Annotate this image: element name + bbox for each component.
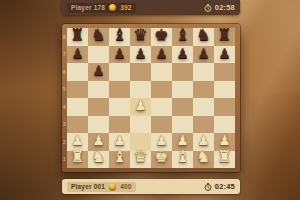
- square-a4[interactable]: [67, 98, 88, 116]
- square-e8[interactable]: ♚: [151, 28, 172, 46]
- rating-medal-icon: [109, 183, 116, 190]
- bottom-player-clock: 02:45: [204, 182, 235, 191]
- square-c6[interactable]: [109, 63, 130, 81]
- square-b6[interactable]: ♟: [88, 63, 109, 81]
- top-player-rating: 392: [120, 4, 131, 11]
- piece-white-queen[interactable]: ♛: [133, 149, 147, 165]
- square-g4[interactable]: [193, 98, 214, 116]
- square-e6[interactable]: [151, 63, 172, 81]
- piece-white-pawn[interactable]: ♟: [197, 134, 209, 148]
- square-h6[interactable]: [214, 63, 235, 81]
- square-g3[interactable]: [193, 116, 214, 134]
- square-h5[interactable]: [214, 81, 235, 99]
- rank-label-7: 7: [62, 46, 67, 64]
- piece-black-rook[interactable]: ♜: [70, 27, 84, 43]
- chess-app-window: Player 178 392 02:58 ♜♞♝♛♚♝♞♜♟♟♟♟♟♟♟♟♟♟♟…: [0, 0, 300, 200]
- piece-black-knight[interactable]: ♞: [196, 27, 210, 43]
- square-d5[interactable]: [130, 81, 151, 99]
- square-c1[interactable]: ♝: [109, 151, 130, 169]
- bottom-player-chip: Player 001 400: [67, 182, 136, 192]
- square-f1[interactable]: ♝: [172, 151, 193, 169]
- piece-black-pawn[interactable]: ♟: [134, 47, 146, 61]
- square-b1[interactable]: ♞: [88, 151, 109, 169]
- rank-label-1: 1: [62, 151, 67, 169]
- piece-white-pawn[interactable]: ♟: [113, 134, 125, 148]
- bottom-player-rating: 400: [120, 183, 131, 190]
- piece-black-king[interactable]: ♚: [154, 27, 168, 43]
- square-d1[interactable]: ♛: [130, 151, 151, 169]
- square-a3[interactable]: [67, 116, 88, 134]
- piece-white-rook[interactable]: ♜: [217, 149, 231, 165]
- square-a8[interactable]: ♜: [67, 28, 88, 46]
- square-g7[interactable]: ♟: [193, 46, 214, 64]
- piece-black-rook[interactable]: ♜: [217, 27, 231, 43]
- top-player-time: 02:58: [215, 3, 235, 12]
- top-player-chip: Player 178 392: [67, 3, 136, 13]
- square-a6[interactable]: [67, 63, 88, 81]
- square-a5[interactable]: [67, 81, 88, 99]
- piece-black-pawn[interactable]: ♟: [71, 47, 83, 61]
- square-g1[interactable]: ♞: [193, 151, 214, 169]
- square-a1[interactable]: ♜: [67, 151, 88, 169]
- square-g8[interactable]: ♞: [193, 28, 214, 46]
- top-player-name: Player 178: [71, 4, 105, 11]
- rank-label-6: 6: [62, 63, 67, 81]
- square-h1[interactable]: ♜: [214, 151, 235, 169]
- square-e5[interactable]: [151, 81, 172, 99]
- piece-black-bishop[interactable]: ♝: [112, 27, 126, 43]
- square-d6[interactable]: [130, 63, 151, 81]
- square-f8[interactable]: ♝: [172, 28, 193, 46]
- rank-labels: 87654321: [62, 28, 67, 168]
- piece-black-pawn[interactable]: ♟: [155, 47, 167, 61]
- square-b7[interactable]: [88, 46, 109, 64]
- board-grid: ♜♞♝♛♚♝♞♜♟♟♟♟♟♟♟♟♟♟♟♟♟♟♟♟♜♞♝♛♚♝♞♜: [67, 28, 235, 168]
- square-d4[interactable]: ♟: [130, 98, 151, 116]
- square-c5[interactable]: [109, 81, 130, 99]
- piece-white-pawn[interactable]: ♟: [218, 134, 230, 148]
- piece-white-rook[interactable]: ♜: [70, 149, 84, 165]
- piece-black-pawn[interactable]: ♟: [218, 47, 230, 61]
- square-b4[interactable]: [88, 98, 109, 116]
- piece-black-pawn[interactable]: ♟: [176, 47, 188, 61]
- rank-label-3: 3: [62, 116, 67, 134]
- square-f5[interactable]: [172, 81, 193, 99]
- top-player-bar: Player 178 392 02:58: [62, 0, 240, 15]
- rank-label-2: 2: [62, 133, 67, 151]
- piece-black-pawn[interactable]: ♟: [113, 47, 125, 61]
- bottom-player-time: 02:45: [215, 182, 235, 191]
- piece-white-knight[interactable]: ♞: [91, 149, 105, 165]
- bottom-player-name: Player 001: [71, 183, 105, 190]
- piece-white-bishop[interactable]: ♝: [112, 149, 126, 165]
- square-c8[interactable]: ♝: [109, 28, 130, 46]
- piece-white-pawn[interactable]: ♟: [134, 99, 146, 113]
- square-f4[interactable]: [172, 98, 193, 116]
- square-b5[interactable]: [88, 81, 109, 99]
- square-g5[interactable]: [193, 81, 214, 99]
- square-d7[interactable]: ♟: [130, 46, 151, 64]
- square-b8[interactable]: ♞: [88, 28, 109, 46]
- piece-black-pawn[interactable]: ♟: [92, 64, 104, 78]
- top-player-clock: 02:58: [204, 3, 235, 12]
- square-d3[interactable]: [130, 116, 151, 134]
- rank-label-4: 4: [62, 98, 67, 116]
- piece-black-pawn[interactable]: ♟: [197, 47, 209, 61]
- rating-medal-icon: [109, 4, 116, 11]
- square-h8[interactable]: ♜: [214, 28, 235, 46]
- square-h3[interactable]: [214, 116, 235, 134]
- piece-black-bishop[interactable]: ♝: [175, 27, 189, 43]
- clock-icon: [204, 4, 212, 12]
- square-f7[interactable]: ♟: [172, 46, 193, 64]
- piece-white-king[interactable]: ♚: [154, 149, 168, 165]
- square-f3[interactable]: [172, 116, 193, 134]
- piece-white-pawn[interactable]: ♟: [92, 134, 104, 148]
- square-e1[interactable]: ♚: [151, 151, 172, 169]
- piece-white-bishop[interactable]: ♝: [175, 149, 189, 165]
- piece-white-pawn[interactable]: ♟: [155, 134, 167, 148]
- square-c4[interactable]: [109, 98, 130, 116]
- rank-label-8: 8: [62, 28, 67, 46]
- square-h4[interactable]: [214, 98, 235, 116]
- square-d8[interactable]: ♛: [130, 28, 151, 46]
- square-e4[interactable]: [151, 98, 172, 116]
- piece-white-pawn[interactable]: ♟: [71, 134, 83, 148]
- piece-black-queen[interactable]: ♛: [133, 27, 147, 43]
- piece-black-knight[interactable]: ♞: [91, 27, 105, 43]
- square-c7[interactable]: ♟: [109, 46, 130, 64]
- piece-white-knight[interactable]: ♞: [196, 149, 210, 165]
- clock-icon: [204, 183, 212, 191]
- piece-white-pawn[interactable]: ♟: [176, 134, 188, 148]
- square-b3[interactable]: [88, 116, 109, 134]
- bottom-player-bar: Player 001 400 02:45: [62, 179, 240, 194]
- square-c3[interactable]: [109, 116, 130, 134]
- rank-label-5: 5: [62, 81, 67, 99]
- square-e7[interactable]: ♟: [151, 46, 172, 64]
- square-h7[interactable]: ♟: [214, 46, 235, 64]
- square-g6[interactable]: [193, 63, 214, 81]
- square-f6[interactable]: [172, 63, 193, 81]
- square-a7[interactable]: ♟: [67, 46, 88, 64]
- square-e3[interactable]: [151, 116, 172, 134]
- chess-board: ♜♞♝♛♚♝♞♜♟♟♟♟♟♟♟♟♟♟♟♟♟♟♟♟♜♞♝♛♚♝♞♜ 8765432…: [62, 24, 240, 172]
